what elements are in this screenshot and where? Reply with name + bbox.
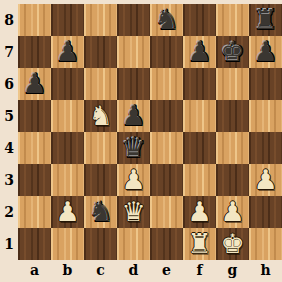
square-a4[interactable] (18, 132, 51, 164)
rank-label-8: 8 (0, 4, 18, 36)
square-c4[interactable] (84, 132, 117, 164)
square-b5[interactable] (51, 100, 84, 132)
square-h3[interactable]: ♟ (249, 164, 282, 196)
square-d5[interactable]: ♟ (117, 100, 150, 132)
square-b7[interactable]: ♟ (51, 36, 84, 68)
board-grid: ♞♜♟♟♚♟♟♞♟♛♟♟♟♞♛♟♟♜♚ (18, 4, 282, 260)
square-e5[interactable] (150, 100, 183, 132)
square-b3[interactable] (51, 164, 84, 196)
square-d6[interactable] (117, 68, 150, 100)
square-a8[interactable] (18, 4, 51, 36)
square-f5[interactable] (183, 100, 216, 132)
file-label-e: e (150, 260, 183, 282)
square-g6[interactable] (216, 68, 249, 100)
chess-board-diagram: 87654321 ♞♜♟♟♚♟♟♞♟♛♟♟♟♞♛♟♟♜♚ abcdefgh (0, 0, 282, 282)
square-g1[interactable]: ♚ (216, 228, 249, 260)
rank-label-2: 2 (0, 196, 18, 228)
file-label-c: c (84, 260, 117, 282)
square-e7[interactable] (150, 36, 183, 68)
piece-white-pawn[interactable]: ♟ (253, 166, 277, 193)
piece-black-pawn[interactable]: ♟ (187, 38, 211, 65)
file-label-g: g (216, 260, 249, 282)
rank-label-4: 4 (0, 132, 18, 164)
square-a3[interactable] (18, 164, 51, 196)
square-c8[interactable] (84, 4, 117, 36)
square-f4[interactable] (183, 132, 216, 164)
file-label-d: d (117, 260, 150, 282)
square-c2[interactable]: ♞ (84, 196, 117, 228)
square-e4[interactable] (150, 132, 183, 164)
piece-black-pawn[interactable]: ♟ (121, 102, 145, 129)
square-c1[interactable] (84, 228, 117, 260)
file-labels: abcdefgh (18, 260, 282, 282)
square-d8[interactable] (117, 4, 150, 36)
square-h1[interactable] (249, 228, 282, 260)
square-a2[interactable] (18, 196, 51, 228)
square-h2[interactable] (249, 196, 282, 228)
square-d2[interactable]: ♛ (117, 196, 150, 228)
square-b6[interactable] (51, 68, 84, 100)
piece-black-queen[interactable]: ♛ (121, 134, 145, 161)
square-g5[interactable] (216, 100, 249, 132)
square-h5[interactable] (249, 100, 282, 132)
piece-white-pawn[interactable]: ♟ (121, 166, 145, 193)
piece-black-knight[interactable]: ♞ (88, 198, 112, 225)
square-e1[interactable] (150, 228, 183, 260)
square-f2[interactable]: ♟ (183, 196, 216, 228)
file-label-h: h (249, 260, 282, 282)
square-h4[interactable] (249, 132, 282, 164)
square-g4[interactable] (216, 132, 249, 164)
file-label-a: a (18, 260, 51, 282)
square-a1[interactable] (18, 228, 51, 260)
piece-black-rook[interactable]: ♜ (253, 6, 277, 33)
square-e6[interactable] (150, 68, 183, 100)
rank-label-6: 6 (0, 68, 18, 100)
square-d7[interactable] (117, 36, 150, 68)
square-d1[interactable] (117, 228, 150, 260)
square-b2[interactable]: ♟ (51, 196, 84, 228)
square-g8[interactable] (216, 4, 249, 36)
rank-label-7: 7 (0, 36, 18, 68)
square-e3[interactable] (150, 164, 183, 196)
piece-black-pawn[interactable]: ♟ (22, 70, 46, 97)
square-h7[interactable]: ♟ (249, 36, 282, 68)
square-h6[interactable] (249, 68, 282, 100)
square-h8[interactable]: ♜ (249, 4, 282, 36)
square-b8[interactable] (51, 4, 84, 36)
square-c3[interactable] (84, 164, 117, 196)
square-a6[interactable]: ♟ (18, 68, 51, 100)
rank-labels: 87654321 (0, 4, 18, 260)
piece-white-pawn[interactable]: ♟ (55, 198, 79, 225)
square-a5[interactable] (18, 100, 51, 132)
square-f1[interactable]: ♜ (183, 228, 216, 260)
square-f7[interactable]: ♟ (183, 36, 216, 68)
piece-white-queen[interactable]: ♛ (121, 198, 145, 225)
square-g3[interactable] (216, 164, 249, 196)
square-d4[interactable]: ♛ (117, 132, 150, 164)
square-g7[interactable]: ♚ (216, 36, 249, 68)
rank-label-3: 3 (0, 164, 18, 196)
square-e8[interactable]: ♞ (150, 4, 183, 36)
piece-black-pawn[interactable]: ♟ (253, 38, 277, 65)
square-c5[interactable]: ♞ (84, 100, 117, 132)
square-e2[interactable] (150, 196, 183, 228)
file-label-b: b (51, 260, 84, 282)
square-b4[interactable] (51, 132, 84, 164)
piece-black-knight[interactable]: ♞ (154, 6, 178, 33)
square-a7[interactable] (18, 36, 51, 68)
piece-black-pawn[interactable]: ♟ (55, 38, 79, 65)
rank-label-5: 5 (0, 100, 18, 132)
piece-white-knight[interactable]: ♞ (88, 102, 112, 129)
file-label-f: f (183, 260, 216, 282)
square-c7[interactable] (84, 36, 117, 68)
square-d3[interactable]: ♟ (117, 164, 150, 196)
square-f6[interactable] (183, 68, 216, 100)
piece-white-pawn[interactable]: ♟ (220, 198, 244, 225)
piece-black-king[interactable]: ♚ (220, 38, 244, 65)
square-b1[interactable] (51, 228, 84, 260)
square-c6[interactable] (84, 68, 117, 100)
rank-label-1: 1 (0, 228, 18, 260)
piece-white-rook[interactable]: ♜ (187, 230, 211, 257)
square-f3[interactable] (183, 164, 216, 196)
piece-white-pawn[interactable]: ♟ (187, 198, 211, 225)
square-g2[interactable]: ♟ (216, 196, 249, 228)
piece-white-king[interactable]: ♚ (220, 230, 244, 257)
square-f8[interactable] (183, 4, 216, 36)
